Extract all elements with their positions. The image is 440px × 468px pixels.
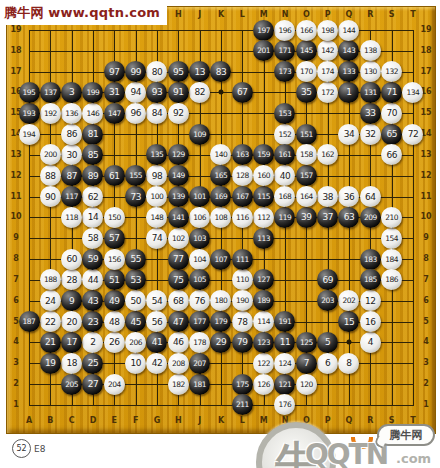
stone-white-S7: 186: [381, 269, 402, 290]
stone-black-F7: 53: [125, 269, 146, 290]
stone-white-B15: 192: [40, 103, 61, 124]
stone-white-C14: 86: [61, 124, 82, 145]
stone-black-D14: 81: [82, 124, 103, 145]
stone-black-G16: 93: [146, 82, 167, 103]
stone-white-O11: 164: [296, 186, 317, 207]
stone-black-F12: 155: [125, 165, 146, 186]
stone-white-F4: 206: [125, 332, 146, 353]
col-label-bottom: M: [260, 417, 268, 425]
stone-white-J8: 104: [189, 249, 210, 270]
stone-black-M18: 201: [253, 40, 274, 61]
col-label-bottom: D: [90, 417, 97, 425]
row-label-right: 13: [420, 151, 431, 159]
stone-white-C15: 136: [61, 103, 82, 124]
stone-white-H3: 208: [168, 353, 189, 374]
stone-black-D12: 89: [82, 165, 103, 186]
stone-white-S10: 210: [381, 207, 402, 228]
row-label-right: 8: [423, 255, 429, 263]
stone-white-R5: 16: [360, 311, 381, 332]
row-label-right: 17: [420, 68, 431, 76]
row-label-right: 5: [423, 318, 429, 326]
col-label-top: Q: [346, 11, 353, 19]
stone-white-H9: 102: [168, 228, 189, 249]
col-label-bottom: Q: [346, 417, 353, 425]
grid-line-horizontal: [29, 405, 414, 406]
stone-black-Q10: 63: [338, 207, 359, 228]
stone-black-D13: 85: [82, 144, 103, 165]
col-label-top: O: [303, 11, 310, 19]
col-label-bottom: L: [240, 417, 245, 425]
stone-white-B11: 90: [40, 186, 61, 207]
stone-black-H17: 95: [168, 61, 189, 82]
stone-black-N5: 191: [274, 311, 295, 332]
stone-black-F8: 55: [125, 249, 146, 270]
stone-black-R7: 185: [360, 269, 381, 290]
stone-black-M7: 127: [253, 269, 274, 290]
col-label-bottom: T: [410, 417, 415, 425]
stone-black-M9: 113: [253, 228, 274, 249]
stone-black-C2: 205: [61, 374, 82, 395]
stone-white-E4: 26: [104, 332, 125, 353]
col-label-bottom: K: [218, 417, 224, 425]
stone-black-M4: 123: [253, 332, 274, 353]
bull-horns-icon: [351, 437, 373, 449]
stone-black-L4: 79: [232, 332, 253, 353]
stone-black-N13: 161: [274, 144, 295, 165]
site-header-watermark: 腾牛网 www.qqtn.com: [0, 0, 167, 25]
stone-black-B3: 19: [40, 353, 61, 374]
col-label-top: T: [410, 11, 415, 19]
stone-white-P19: 198: [317, 20, 338, 41]
stone-white-K13: 140: [210, 144, 231, 165]
stone-white-L12: 128: [232, 165, 253, 186]
stone-white-R14: 32: [360, 124, 381, 145]
stone-black-O18: 145: [296, 40, 317, 61]
stone-white-Q11: 36: [338, 186, 359, 207]
stone-black-K4: 29: [210, 332, 231, 353]
stone-black-K8: 107: [210, 249, 231, 270]
stone-black-D6: 43: [82, 290, 103, 311]
stone-black-K17: 83: [210, 61, 231, 82]
stone-black-K5: 179: [210, 311, 231, 332]
stone-black-P6: 203: [317, 290, 338, 311]
stone-black-R16: 131: [360, 82, 381, 103]
stone-white-L5: 78: [232, 311, 253, 332]
stone-white-N12: 40: [274, 165, 295, 186]
capture-move-number: 52: [12, 439, 31, 458]
stone-black-B4: 21: [40, 332, 61, 353]
stone-white-O2: 120: [296, 374, 317, 395]
stone-black-C4: 17: [61, 332, 82, 353]
row-label-left: 1: [13, 401, 19, 409]
stone-black-Q17: 133: [338, 61, 359, 82]
stone-white-B6: 24: [40, 290, 61, 311]
stone-white-R4: 4: [360, 332, 381, 353]
stone-black-N18: 171: [274, 40, 295, 61]
stone-white-G3: 42: [146, 353, 167, 374]
stone-black-F5: 45: [125, 311, 146, 332]
stone-black-D3: 25: [82, 353, 103, 374]
col-label-top: N: [282, 11, 289, 19]
stone-white-J6: 76: [189, 290, 210, 311]
col-label-top: S: [389, 11, 395, 19]
qqtn-tld-text: .com: [396, 451, 431, 466]
stone-white-C10: 118: [61, 207, 82, 228]
stone-white-C7: 28: [61, 269, 82, 290]
stone-white-N11: 168: [274, 186, 295, 207]
stone-black-R15: 33: [360, 103, 381, 124]
row-label-right: 1: [423, 401, 429, 409]
stone-black-P10: 37: [317, 207, 338, 228]
stone-black-M11: 115: [253, 186, 274, 207]
row-label-right: 10: [420, 213, 431, 221]
col-label-bottom: P: [325, 417, 331, 425]
stone-white-P18: 142: [317, 40, 338, 61]
stone-white-F15: 96: [125, 103, 146, 124]
row-label-left: 19: [10, 26, 21, 34]
stone-white-O17: 170: [296, 61, 317, 82]
stone-white-J4: 178: [189, 332, 210, 353]
stone-white-S8: 184: [381, 249, 402, 270]
stone-black-H12: 149: [168, 165, 189, 186]
stone-white-L10: 116: [232, 207, 253, 228]
stone-white-M2: 126: [253, 374, 274, 395]
stone-white-S15: 70: [381, 103, 402, 124]
stone-white-K6: 180: [210, 290, 231, 311]
col-label-bottom: E: [112, 417, 117, 425]
stone-black-N15: 153: [274, 103, 295, 124]
row-label-left: 5: [13, 318, 19, 326]
stone-white-P11: 38: [317, 186, 338, 207]
stone-white-R6: 12: [360, 290, 381, 311]
stone-white-D9: 58: [82, 228, 103, 249]
stone-black-N2: 121: [274, 374, 295, 395]
stone-white-F6: 50: [125, 290, 146, 311]
stone-black-E7: 51: [104, 269, 125, 290]
row-label-right: 2: [423, 380, 429, 388]
stone-black-C11: 117: [61, 186, 82, 207]
row-label-left: 18: [10, 47, 21, 55]
stone-black-A5: 187: [19, 311, 40, 332]
stone-white-A14: 194: [19, 124, 40, 145]
row-label-left: 17: [10, 68, 21, 76]
row-label-left: 7: [13, 276, 19, 284]
stone-white-Q14: 34: [338, 124, 359, 145]
col-label-top: H: [175, 11, 182, 19]
stone-white-J16: 82: [189, 82, 210, 103]
stone-white-T14: 72: [402, 124, 423, 145]
stone-black-N4: 11: [274, 332, 295, 353]
stone-black-J5: 177: [189, 311, 210, 332]
stone-black-C12: 87: [61, 165, 82, 186]
stone-black-L2: 175: [232, 374, 253, 395]
stone-white-M10: 112: [253, 207, 274, 228]
capture-coordinate: E8: [34, 444, 45, 454]
stone-black-A15: 193: [19, 103, 40, 124]
stone-white-R18: 138: [360, 40, 381, 61]
stone-white-D10: 14: [82, 207, 103, 228]
stone-white-T16: 134: [402, 82, 423, 103]
stone-black-J17: 13: [189, 61, 210, 82]
star-point: [346, 340, 351, 345]
stone-black-K12: 165: [210, 165, 231, 186]
stone-white-R11: 64: [360, 186, 381, 207]
col-label-top: K: [218, 11, 224, 19]
row-label-right: 9: [423, 234, 429, 242]
col-label-top: L: [240, 11, 245, 19]
stone-black-S14: 65: [381, 124, 402, 145]
stone-white-P17: 174: [317, 61, 338, 82]
col-label-bottom: C: [69, 417, 75, 425]
stone-white-D4: 2: [82, 332, 103, 353]
stone-black-P7: 69: [317, 269, 338, 290]
col-label-bottom: R: [367, 417, 373, 425]
stone-black-O3: 7: [296, 353, 317, 374]
stone-black-L1: 211: [232, 394, 253, 415]
row-label-left: 6: [13, 297, 19, 305]
stone-black-O16: 35: [296, 82, 317, 103]
stone-white-M12: 160: [253, 165, 274, 186]
stone-white-D7: 44: [82, 269, 103, 290]
stone-white-M3: 122: [253, 353, 274, 374]
stone-white-G12: 98: [146, 165, 167, 186]
bull-glyph: 牛: [275, 434, 317, 468]
stone-white-C8: 60: [61, 249, 82, 270]
qqtn-brand-text: QQTN: [305, 438, 387, 468]
stone-white-E2: 204: [104, 374, 125, 395]
stone-white-Q3: 8: [338, 353, 359, 374]
stone-white-H2: 182: [168, 374, 189, 395]
stone-black-S16: 71: [381, 82, 402, 103]
stone-black-J2: 181: [189, 374, 210, 395]
stone-black-D2: 27: [82, 374, 103, 395]
stone-white-G17: 80: [146, 61, 167, 82]
col-label-bottom: O: [303, 417, 310, 425]
stone-black-E9: 57: [104, 228, 125, 249]
stone-black-H11: 139: [168, 186, 189, 207]
stone-black-J3: 207: [189, 353, 210, 374]
stone-black-H16: 91: [168, 82, 189, 103]
stone-black-M19: 197: [253, 20, 274, 41]
stone-white-N3: 124: [274, 353, 295, 374]
stone-black-B16: 137: [40, 82, 61, 103]
stone-black-O10: 39: [296, 207, 317, 228]
stone-white-N19: 196: [274, 20, 295, 41]
stone-white-B13: 200: [40, 144, 61, 165]
stone-white-F16: 94: [125, 82, 146, 103]
stone-black-H8: 77: [168, 249, 189, 270]
stone-black-N17: 173: [274, 61, 295, 82]
stone-white-G6: 54: [146, 290, 167, 311]
stone-black-O14: 151: [296, 124, 317, 145]
stone-white-P16: 172: [317, 82, 338, 103]
stone-black-D16: 199: [82, 82, 103, 103]
row-label-right: 12: [420, 172, 431, 180]
stone-black-E12: 61: [104, 165, 125, 186]
row-label-right: 11: [420, 193, 431, 201]
stone-white-P13: 162: [317, 144, 338, 165]
stone-white-K10: 108: [210, 207, 231, 228]
row-label-right: 19: [420, 26, 431, 34]
row-label-left: 13: [10, 151, 21, 159]
stone-white-G9: 74: [146, 228, 167, 249]
stone-black-H10: 141: [168, 207, 189, 228]
row-label-left: 2: [13, 380, 19, 388]
stone-white-G5: 56: [146, 311, 167, 332]
row-label-right: 15: [420, 109, 431, 117]
stone-white-N1: 176: [274, 394, 295, 415]
row-label-left: 8: [13, 255, 19, 263]
stone-white-G10: 148: [146, 207, 167, 228]
row-label-left: 11: [10, 193, 21, 201]
stone-white-O19: 166: [296, 20, 317, 41]
row-label-left: 10: [10, 213, 21, 221]
stone-white-S17: 132: [381, 61, 402, 82]
site-header-text: 腾牛网 www.qqtn.com: [4, 5, 160, 20]
row-label-left: 9: [13, 234, 19, 242]
stone-white-Q19: 144: [338, 20, 359, 41]
stone-black-L16: 67: [232, 82, 253, 103]
col-label-bottom: B: [47, 417, 53, 425]
stone-black-O4: 125: [296, 332, 317, 353]
col-label-top: J: [198, 11, 201, 19]
stone-white-H6: 68: [168, 290, 189, 311]
stone-black-E6: 49: [104, 290, 125, 311]
stone-black-Q18: 143: [338, 40, 359, 61]
col-label-bottom: N: [282, 417, 289, 425]
stone-white-S9: 154: [381, 228, 402, 249]
col-label-bottom: G: [154, 417, 161, 425]
stone-black-Q5: 15: [338, 311, 359, 332]
stone-white-S13: 66: [381, 144, 402, 165]
stone-black-J9: 103: [189, 228, 210, 249]
stone-white-D11: 62: [82, 186, 103, 207]
star-point: [218, 90, 223, 95]
stone-white-H4: 46: [168, 332, 189, 353]
stone-black-E17: 97: [104, 61, 125, 82]
stone-black-J14: 109: [189, 124, 210, 145]
stone-black-C16: 3: [61, 82, 82, 103]
row-label-left: 12: [10, 172, 21, 180]
stone-black-D5: 23: [82, 311, 103, 332]
col-label-bottom: F: [133, 417, 138, 425]
go-board: AABBCCDDEEFFGGHHJJKKLLMMNNOOPPQQRRSSTT19…: [6, 6, 436, 434]
stone-black-D8: 59: [82, 249, 103, 270]
stone-white-P3: 6: [317, 353, 338, 374]
col-label-bottom: S: [389, 417, 395, 425]
row-label-right: 18: [420, 47, 431, 55]
stone-white-B7: 188: [40, 269, 61, 290]
screenshot-root: AABBCCDDEEFFGGHHJJKKLLMMNNOOPPQQRRSSTT19…: [0, 0, 440, 468]
col-label-bottom: A: [26, 417, 32, 425]
stone-black-J11: 101: [189, 186, 210, 207]
stone-black-K11: 169: [210, 186, 231, 207]
stone-black-R10: 209: [360, 207, 381, 228]
stone-white-L7: 110: [232, 269, 253, 290]
stone-black-J7: 105: [189, 269, 210, 290]
col-label-top: R: [367, 11, 373, 19]
stone-white-Q6: 202: [338, 290, 359, 311]
row-label-right: 3: [423, 359, 429, 367]
stone-white-J10: 106: [189, 207, 210, 228]
stone-white-B12: 88: [40, 165, 61, 186]
stone-black-Q16: 1: [338, 82, 359, 103]
stone-black-L8: 111: [232, 249, 253, 270]
row-label-right: 6: [423, 297, 429, 305]
stone-white-D15: 146: [82, 103, 103, 124]
stone-black-G13: 135: [146, 144, 167, 165]
col-label-bottom: H: [175, 417, 182, 425]
stone-white-E10: 150: [104, 207, 125, 228]
stone-white-R17: 130: [360, 61, 381, 82]
stone-white-B5: 22: [40, 311, 61, 332]
stone-white-O13: 158: [296, 144, 317, 165]
stone-white-C13: 30: [61, 144, 82, 165]
stone-white-N14: 152: [274, 124, 295, 145]
stone-black-H5: 47: [168, 311, 189, 332]
stone-white-H15: 92: [168, 103, 189, 124]
stone-white-F3: 10: [125, 353, 146, 374]
stone-black-E15: 147: [104, 103, 125, 124]
capture-note: 52 E8: [12, 439, 45, 458]
stone-black-L13: 163: [232, 144, 253, 165]
stone-black-A16: 195: [19, 82, 40, 103]
stone-white-M5: 114: [253, 311, 274, 332]
row-label-right: 4: [423, 338, 429, 346]
stone-black-G4: 41: [146, 332, 167, 353]
stone-white-C5: 20: [61, 311, 82, 332]
stone-white-G11: 100: [146, 186, 167, 207]
stone-white-G15: 84: [146, 103, 167, 124]
col-label-bottom: J: [198, 417, 201, 425]
stone-black-N10: 119: [274, 207, 295, 228]
stone-black-P4: 5: [317, 332, 338, 353]
stone-black-C6: 9: [61, 290, 82, 311]
col-label-top: M: [260, 11, 268, 19]
stone-black-M13: 159: [253, 144, 274, 165]
row-label-left: 4: [13, 338, 19, 346]
stone-white-C3: 18: [61, 353, 82, 374]
stone-black-H7: 75: [168, 269, 189, 290]
stone-black-F11: 73: [125, 186, 146, 207]
row-label-right: 7: [423, 276, 429, 284]
stone-white-E5: 48: [104, 311, 125, 332]
stone-black-E16: 31: [104, 82, 125, 103]
stone-white-E8: 156: [104, 249, 125, 270]
stone-black-R8: 183: [360, 249, 381, 270]
stone-black-F17: 99: [125, 61, 146, 82]
stone-black-L11: 167: [232, 186, 253, 207]
stone-black-H13: 129: [168, 144, 189, 165]
stone-black-O12: 157: [296, 165, 317, 186]
stone-white-L6: 190: [232, 290, 253, 311]
row-label-left: 3: [13, 359, 19, 367]
stone-black-M6: 189: [253, 290, 274, 311]
col-label-top: P: [325, 11, 331, 19]
